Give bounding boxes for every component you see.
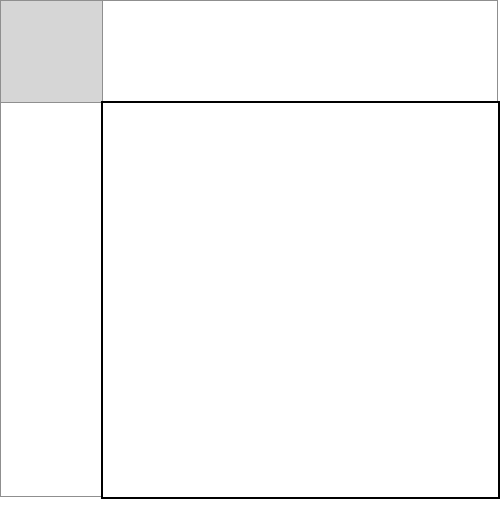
- column-clues-area: [103, 0, 498, 103]
- row-clues-area: [0, 103, 103, 497]
- clue-corner-box: [0, 0, 103, 103]
- nonogram-puzzle: [0, 0, 500, 513]
- nonogram-board: [101, 101, 500, 499]
